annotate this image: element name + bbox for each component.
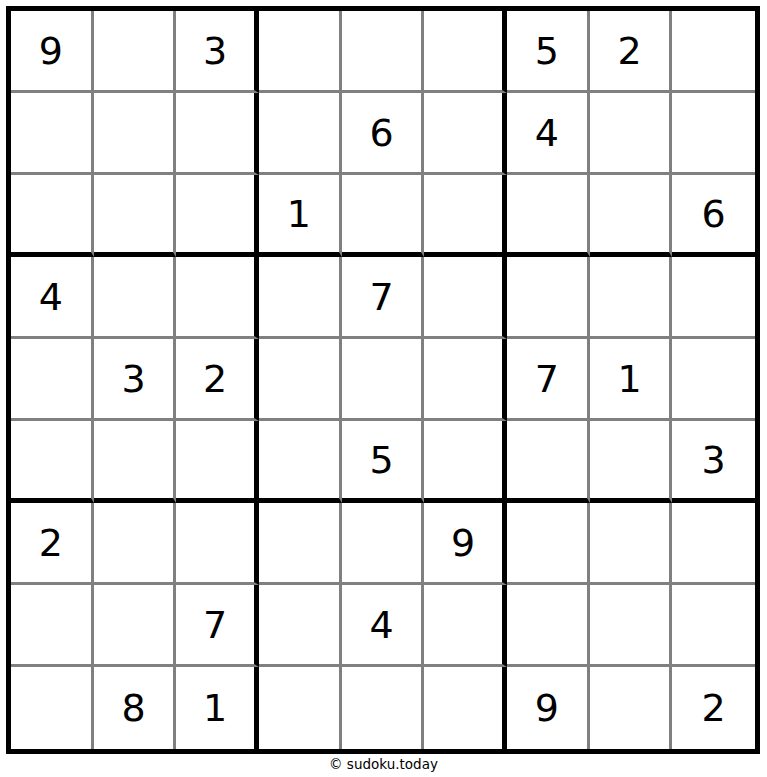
cell-r6c9[interactable]: 3 bbox=[672, 421, 755, 503]
cell-r5c6[interactable] bbox=[424, 339, 507, 421]
given-digit: 2 bbox=[617, 32, 641, 70]
cell-r7c4[interactable] bbox=[259, 503, 342, 585]
cell-r6c2[interactable] bbox=[94, 421, 177, 503]
cell-r6c1[interactable] bbox=[11, 421, 94, 503]
given-digit: 3 bbox=[121, 360, 145, 398]
cell-r4c1[interactable]: 4 bbox=[11, 257, 94, 339]
cell-r9c4[interactable] bbox=[259, 667, 342, 749]
cell-r9c1[interactable] bbox=[11, 667, 94, 749]
cell-r1c1[interactable]: 9 bbox=[11, 11, 94, 93]
cell-r1c7[interactable]: 5 bbox=[507, 11, 590, 93]
cell-r8c5[interactable]: 4 bbox=[342, 585, 425, 667]
given-digit: 2 bbox=[702, 689, 726, 727]
cell-r9c7[interactable]: 9 bbox=[507, 667, 590, 749]
cell-r1c3[interactable]: 3 bbox=[176, 11, 259, 93]
cell-r8c9[interactable] bbox=[672, 585, 755, 667]
cell-r2c3[interactable] bbox=[176, 93, 259, 175]
given-digit: 9 bbox=[451, 524, 475, 562]
cell-r3c8[interactable] bbox=[590, 175, 673, 257]
sudoku-board: 935264164732715329748192 bbox=[6, 6, 760, 754]
cell-r2c2[interactable] bbox=[94, 93, 177, 175]
cell-r6c5[interactable]: 5 bbox=[342, 421, 425, 503]
cell-r1c2[interactable] bbox=[94, 11, 177, 93]
cell-r1c8[interactable]: 2 bbox=[590, 11, 673, 93]
given-digit: 7 bbox=[369, 278, 393, 316]
given-digit: 8 bbox=[121, 689, 145, 727]
cell-r3c6[interactable] bbox=[424, 175, 507, 257]
cell-r8c6[interactable] bbox=[424, 585, 507, 667]
cell-r2c6[interactable] bbox=[424, 93, 507, 175]
cell-r6c6[interactable] bbox=[424, 421, 507, 503]
cell-r6c7[interactable] bbox=[507, 421, 590, 503]
cell-r7c6[interactable]: 9 bbox=[424, 503, 507, 585]
given-digit: 3 bbox=[203, 32, 227, 70]
given-digit: 1 bbox=[287, 195, 311, 233]
cell-r5c4[interactable] bbox=[259, 339, 342, 421]
given-digit: 2 bbox=[203, 360, 227, 398]
cell-r9c8[interactable] bbox=[590, 667, 673, 749]
cell-r2c1[interactable] bbox=[11, 93, 94, 175]
cell-r2c8[interactable] bbox=[590, 93, 673, 175]
cell-r2c9[interactable] bbox=[672, 93, 755, 175]
given-digit: 2 bbox=[39, 524, 63, 562]
cell-r7c9[interactable] bbox=[672, 503, 755, 585]
cell-r7c5[interactable] bbox=[342, 503, 425, 585]
given-digit: 9 bbox=[535, 689, 559, 727]
cell-r8c4[interactable] bbox=[259, 585, 342, 667]
cell-r7c2[interactable] bbox=[94, 503, 177, 585]
cell-r5c9[interactable] bbox=[672, 339, 755, 421]
cell-r8c2[interactable] bbox=[94, 585, 177, 667]
cell-r2c4[interactable] bbox=[259, 93, 342, 175]
given-digit: 6 bbox=[702, 195, 726, 233]
cell-r1c4[interactable] bbox=[259, 11, 342, 93]
cell-r4c6[interactable] bbox=[424, 257, 507, 339]
cell-r4c7[interactable] bbox=[507, 257, 590, 339]
given-digit: 3 bbox=[702, 441, 726, 479]
cell-r1c6[interactable] bbox=[424, 11, 507, 93]
credit-text: © sudoku.today bbox=[0, 756, 767, 772]
given-digit: 5 bbox=[535, 32, 559, 70]
cell-r7c3[interactable] bbox=[176, 503, 259, 585]
sudoku-page: 935264164732715329748192 © sudoku.today bbox=[0, 0, 767, 777]
cell-r7c7[interactable] bbox=[507, 503, 590, 585]
cell-r9c9[interactable]: 2 bbox=[672, 667, 755, 749]
cell-r1c5[interactable] bbox=[342, 11, 425, 93]
cell-r7c8[interactable] bbox=[590, 503, 673, 585]
cell-r6c8[interactable] bbox=[590, 421, 673, 503]
given-digit: 7 bbox=[535, 360, 559, 398]
cell-r1c9[interactable] bbox=[672, 11, 755, 93]
cell-r3c5[interactable] bbox=[342, 175, 425, 257]
cell-r5c5[interactable] bbox=[342, 339, 425, 421]
cell-r9c5[interactable] bbox=[342, 667, 425, 749]
cell-r5c7[interactable]: 7 bbox=[507, 339, 590, 421]
cell-r8c1[interactable] bbox=[11, 585, 94, 667]
cell-r9c2[interactable]: 8 bbox=[94, 667, 177, 749]
cell-r3c3[interactable] bbox=[176, 175, 259, 257]
cell-r4c3[interactable] bbox=[176, 257, 259, 339]
cell-r6c4[interactable] bbox=[259, 421, 342, 503]
cell-r4c4[interactable] bbox=[259, 257, 342, 339]
cell-r3c9[interactable]: 6 bbox=[672, 175, 755, 257]
cell-r8c3[interactable]: 7 bbox=[176, 585, 259, 667]
cell-r3c2[interactable] bbox=[94, 175, 177, 257]
given-digit: 4 bbox=[39, 278, 63, 316]
cell-r4c2[interactable] bbox=[94, 257, 177, 339]
cell-r9c6[interactable] bbox=[424, 667, 507, 749]
given-digit: 6 bbox=[369, 114, 393, 152]
cell-r2c5[interactable]: 6 bbox=[342, 93, 425, 175]
cell-r5c8[interactable]: 1 bbox=[590, 339, 673, 421]
given-digit: 9 bbox=[39, 32, 63, 70]
given-digit: 1 bbox=[617, 360, 641, 398]
cell-r4c9[interactable] bbox=[672, 257, 755, 339]
cell-r8c7[interactable] bbox=[507, 585, 590, 667]
cell-r4c5[interactable]: 7 bbox=[342, 257, 425, 339]
cell-r2c7[interactable]: 4 bbox=[507, 93, 590, 175]
cell-r9c3[interactable]: 1 bbox=[176, 667, 259, 749]
cell-r8c8[interactable] bbox=[590, 585, 673, 667]
cell-r4c8[interactable] bbox=[590, 257, 673, 339]
cell-r3c7[interactable] bbox=[507, 175, 590, 257]
cell-r5c3[interactable]: 2 bbox=[176, 339, 259, 421]
given-digit: 5 bbox=[369, 441, 393, 479]
given-digit: 1 bbox=[203, 689, 227, 727]
given-digit: 7 bbox=[203, 606, 227, 644]
cell-r7c1[interactable]: 2 bbox=[11, 503, 94, 585]
given-digit: 4 bbox=[369, 606, 393, 644]
cell-r5c2[interactable]: 3 bbox=[94, 339, 177, 421]
cell-r3c4[interactable]: 1 bbox=[259, 175, 342, 257]
cell-r5c1[interactable] bbox=[11, 339, 94, 421]
given-digit: 4 bbox=[535, 114, 559, 152]
cell-r6c3[interactable] bbox=[176, 421, 259, 503]
cell-r3c1[interactable] bbox=[11, 175, 94, 257]
